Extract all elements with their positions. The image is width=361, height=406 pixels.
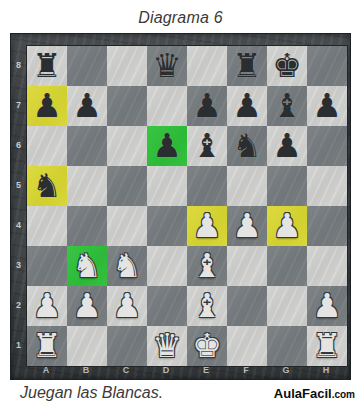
square-h5 bbox=[307, 166, 347, 206]
square-h4 bbox=[307, 206, 347, 246]
square-g1 bbox=[267, 326, 307, 366]
square-f7: ♟ bbox=[227, 86, 267, 126]
black-queen-d8: ♛ bbox=[147, 46, 187, 86]
square-g5 bbox=[267, 166, 307, 206]
square-e4: ♟ bbox=[187, 206, 227, 246]
square-d3 bbox=[147, 246, 187, 286]
square-b6 bbox=[67, 126, 107, 166]
square-b2: ♟ bbox=[67, 286, 107, 326]
black-bishop-g7: ♝ bbox=[267, 86, 307, 126]
file-label-d: D bbox=[146, 362, 186, 379]
square-d2 bbox=[147, 286, 187, 326]
square-f1 bbox=[227, 326, 267, 366]
square-h3 bbox=[307, 246, 347, 286]
square-d6: ♟ bbox=[147, 126, 187, 166]
white-bishop-e3: ♝ bbox=[187, 246, 227, 286]
square-a5: ♞ bbox=[27, 166, 67, 206]
white-rook-h1: ♜ bbox=[307, 326, 347, 366]
black-pawn-e7: ♟ bbox=[187, 86, 227, 126]
file-label-a: A bbox=[26, 362, 66, 379]
square-c5 bbox=[107, 166, 147, 206]
board-grid: ♜♛♜♚♟♟♟♟♝♟♟♝♞♟♞♟♟♟♞♞♝♟♟♟♝♟♜♛♚♜ bbox=[26, 45, 348, 367]
white-pawn-g4: ♟ bbox=[267, 206, 307, 246]
white-pawn-c2: ♟ bbox=[107, 286, 147, 326]
black-rook-f8: ♜ bbox=[227, 46, 267, 86]
white-pawn-f4: ♟ bbox=[227, 206, 267, 246]
square-d4 bbox=[147, 206, 187, 246]
square-c4 bbox=[107, 206, 147, 246]
rank-label-1: 1 bbox=[11, 325, 26, 365]
square-f2 bbox=[227, 286, 267, 326]
square-f3 bbox=[227, 246, 267, 286]
square-f6: ♞ bbox=[227, 126, 267, 166]
rank-labels: 87654321 bbox=[11, 45, 26, 365]
square-g8: ♚ bbox=[267, 46, 307, 86]
white-rook-a1: ♜ bbox=[27, 326, 67, 366]
square-c2: ♟ bbox=[107, 286, 147, 326]
black-pawn-b7: ♟ bbox=[67, 86, 107, 126]
square-b8 bbox=[67, 46, 107, 86]
square-e8 bbox=[187, 46, 227, 86]
square-c8 bbox=[107, 46, 147, 86]
square-d1: ♛ bbox=[147, 326, 187, 366]
square-b3: ♞ bbox=[67, 246, 107, 286]
black-pawn-g6: ♟ bbox=[267, 126, 307, 166]
file-label-g: G bbox=[266, 362, 306, 379]
square-g3 bbox=[267, 246, 307, 286]
white-king-e1: ♚ bbox=[187, 326, 227, 366]
square-g4: ♟ bbox=[267, 206, 307, 246]
file-label-e: E bbox=[186, 362, 226, 379]
diagram-title: Diagrama 6 bbox=[0, 0, 361, 33]
white-pawn-b2: ♟ bbox=[67, 286, 107, 326]
square-e2: ♝ bbox=[187, 286, 227, 326]
black-pawn-f7: ♟ bbox=[227, 86, 267, 126]
square-h8 bbox=[307, 46, 347, 86]
square-c3: ♞ bbox=[107, 246, 147, 286]
square-e6: ♝ bbox=[187, 126, 227, 166]
chess-board-frame: 87654321 ♜♛♜♚♟♟♟♟♝♟♟♝♞♟♞♟♟♟♞♞♝♟♟♟♝♟♜♛♚♜ … bbox=[10, 33, 351, 380]
rank-label-2: 2 bbox=[11, 285, 26, 325]
square-a8: ♜ bbox=[27, 46, 67, 86]
square-h1: ♜ bbox=[307, 326, 347, 366]
white-pawn-h2: ♟ bbox=[307, 286, 347, 326]
square-g2 bbox=[267, 286, 307, 326]
square-c6 bbox=[107, 126, 147, 166]
white-queen-d1: ♛ bbox=[147, 326, 187, 366]
file-label-b: B bbox=[66, 362, 106, 379]
square-g6: ♟ bbox=[267, 126, 307, 166]
square-b5 bbox=[67, 166, 107, 206]
black-king-g8: ♚ bbox=[267, 46, 307, 86]
square-e5 bbox=[187, 166, 227, 206]
square-a3 bbox=[27, 246, 67, 286]
rank-label-6: 6 bbox=[11, 125, 26, 165]
square-h2: ♟ bbox=[307, 286, 347, 326]
square-e7: ♟ bbox=[187, 86, 227, 126]
rank-label-8: 8 bbox=[11, 45, 26, 85]
square-h6 bbox=[307, 126, 347, 166]
white-knight-b3: ♞ bbox=[67, 246, 107, 286]
square-d5 bbox=[147, 166, 187, 206]
square-a2: ♟ bbox=[27, 286, 67, 326]
square-e3: ♝ bbox=[187, 246, 227, 286]
square-c7 bbox=[107, 86, 147, 126]
square-a1: ♜ bbox=[27, 326, 67, 366]
square-f5 bbox=[227, 166, 267, 206]
square-b7: ♟ bbox=[67, 86, 107, 126]
square-d8: ♛ bbox=[147, 46, 187, 86]
black-pawn-d6: ♟ bbox=[147, 126, 187, 166]
rank-label-4: 4 bbox=[11, 205, 26, 245]
file-label-c: C bbox=[106, 362, 146, 379]
black-knight-a5: ♞ bbox=[27, 166, 67, 206]
white-pawn-a2: ♟ bbox=[27, 286, 67, 326]
brand-logo: AulaFacil.com bbox=[274, 386, 355, 401]
white-bishop-e2: ♝ bbox=[187, 286, 227, 326]
caption-side-to-move: Juegan las Blancas. bbox=[20, 384, 163, 402]
square-a7: ♟ bbox=[27, 86, 67, 126]
black-pawn-h7: ♟ bbox=[307, 86, 347, 126]
brand-tld: .com bbox=[332, 389, 355, 400]
brand-name: AulaFacil bbox=[274, 386, 332, 401]
black-pawn-a7: ♟ bbox=[27, 86, 67, 126]
rank-label-7: 7 bbox=[11, 85, 26, 125]
square-c1 bbox=[107, 326, 147, 366]
file-label-f: F bbox=[226, 362, 266, 379]
square-b1 bbox=[67, 326, 107, 366]
square-e1: ♚ bbox=[187, 326, 227, 366]
square-a6 bbox=[27, 126, 67, 166]
black-knight-f6: ♞ bbox=[227, 126, 267, 166]
file-labels: ABCDEFGH bbox=[26, 362, 346, 379]
black-bishop-e6: ♝ bbox=[187, 126, 227, 166]
white-knight-c3: ♞ bbox=[107, 246, 147, 286]
square-a4 bbox=[27, 206, 67, 246]
rank-label-5: 5 bbox=[11, 165, 26, 205]
rank-label-3: 3 bbox=[11, 245, 26, 285]
square-f4: ♟ bbox=[227, 206, 267, 246]
black-rook-a8: ♜ bbox=[27, 46, 67, 86]
square-f8: ♜ bbox=[227, 46, 267, 86]
square-g7: ♝ bbox=[267, 86, 307, 126]
square-b4 bbox=[67, 206, 107, 246]
file-label-h: H bbox=[306, 362, 346, 379]
square-d7 bbox=[147, 86, 187, 126]
square-h7: ♟ bbox=[307, 86, 347, 126]
white-pawn-e4: ♟ bbox=[187, 206, 227, 246]
